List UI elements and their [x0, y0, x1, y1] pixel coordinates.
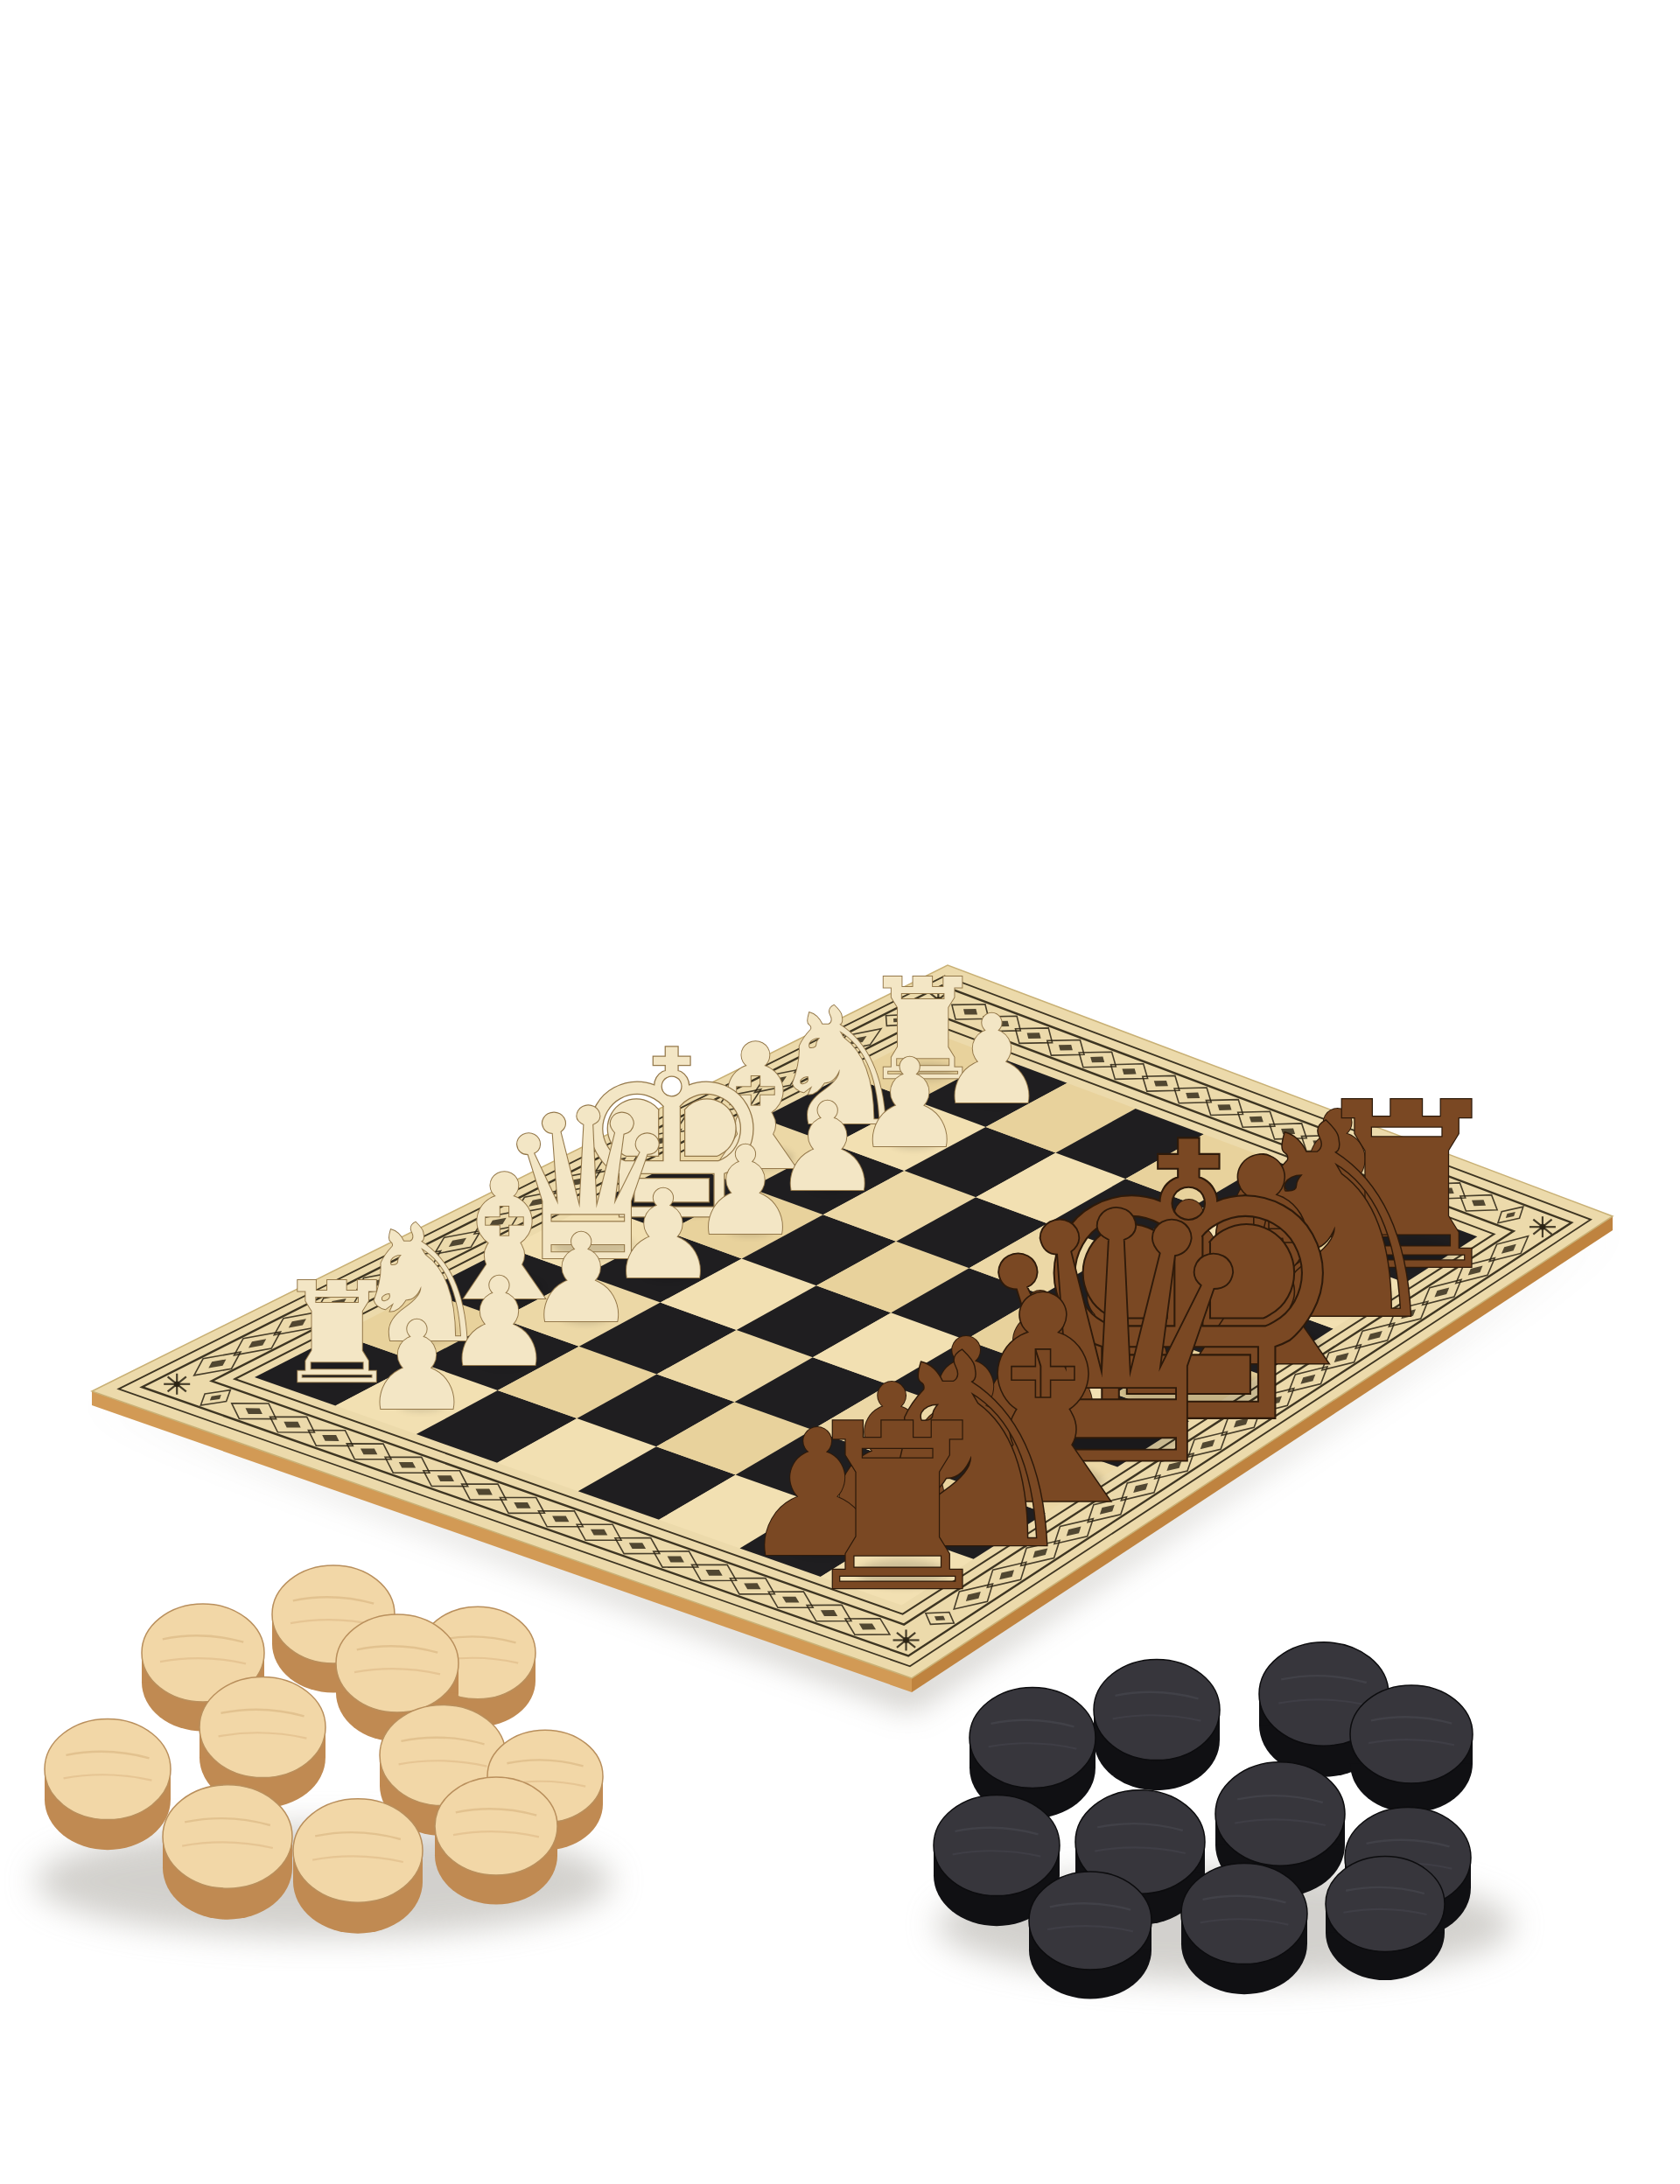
corner-rosette-dot	[174, 1381, 180, 1387]
checker-top	[163, 1785, 292, 1888]
border-diamond-dot	[246, 1408, 262, 1414]
corner-rosette-dot	[1540, 1224, 1546, 1230]
checker-top	[45, 1718, 171, 1819]
border-diamond-dot	[283, 1422, 300, 1428]
checker-top	[1215, 1762, 1345, 1865]
checker-top	[969, 1687, 1095, 1788]
piece-dark-rook: ♜	[794, 1375, 1000, 1642]
checker-top	[1326, 1857, 1445, 1952]
checker-top	[435, 1777, 557, 1875]
checker-top	[293, 1799, 423, 1902]
product-photo: ♜♟♞♟♝♟♚♟♟♛♜♟♟♝♞♟♟♞♝♟♟♜♚♟♟♛♟♝♟♞♟♜	[0, 0, 1680, 2184]
checker-top	[1094, 1659, 1220, 1760]
checker-top	[1350, 1685, 1473, 1783]
checker-top	[199, 1676, 325, 1777]
border-diamond-dot	[1090, 1057, 1104, 1063]
checker-top	[934, 1795, 1060, 1895]
border-diamond-dot	[1059, 1045, 1073, 1051]
checker-top	[1181, 1863, 1307, 1963]
checker-top	[336, 1614, 458, 1712]
chess-checkers-set-photo: ♜♟♞♟♝♟♚♟♟♛♜♟♟♝♞♟♟♞♝♟♟♜♚♟♟♛♟♝♟♞♟♜	[0, 0, 1680, 2184]
checker-top	[1029, 1872, 1151, 1970]
piece-white-pawn: ♟	[362, 1295, 472, 1438]
